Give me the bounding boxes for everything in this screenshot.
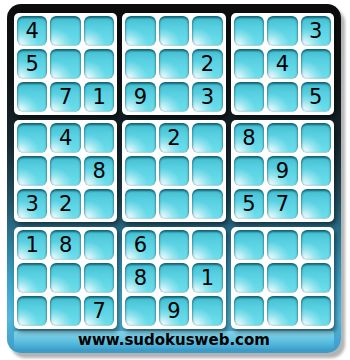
cell-r4c8[interactable] — [267, 123, 297, 153]
box-r1c3: 345 — [231, 13, 334, 115]
cell-r8c5[interactable] — [159, 263, 189, 293]
cell-r3c4[interactable]: 9 — [125, 82, 155, 112]
cell-r5c2[interactable] — [50, 156, 80, 186]
cell-r4c7[interactable]: 8 — [234, 123, 264, 153]
cell-r3c6[interactable]: 3 — [192, 82, 222, 112]
footer-bar: www.sudokusweb.com — [14, 331, 334, 349]
cell-r6c2[interactable]: 2 — [50, 189, 80, 219]
cell-r9c3[interactable]: 7 — [84, 296, 114, 326]
cell-r3c9[interactable]: 5 — [301, 82, 331, 112]
cell-r7c2[interactable]: 8 — [50, 230, 80, 260]
cell-r9c1[interactable] — [17, 296, 47, 326]
box-r2c3: 8957 — [231, 120, 334, 222]
box-r1c2: 293 — [122, 13, 225, 115]
cell-r3c3[interactable]: 1 — [84, 82, 114, 112]
website-url[interactable]: www.sudokusweb.com — [78, 331, 270, 349]
cell-r6c1[interactable]: 3 — [17, 189, 47, 219]
cell-r5c5[interactable] — [159, 156, 189, 186]
cell-r8c1[interactable] — [17, 263, 47, 293]
cell-r8c7[interactable] — [234, 263, 264, 293]
cell-r3c8[interactable] — [267, 82, 297, 112]
cell-r3c2[interactable]: 7 — [50, 82, 80, 112]
cell-r4c1[interactable] — [17, 123, 47, 153]
cell-r7c9[interactable] — [301, 230, 331, 260]
cell-r6c7[interactable]: 5 — [234, 189, 264, 219]
cell-r1c3[interactable] — [84, 16, 114, 46]
cell-r5c3[interactable]: 8 — [84, 156, 114, 186]
cell-r7c7[interactable] — [234, 230, 264, 260]
cell-r1c5[interactable] — [159, 16, 189, 46]
cell-r4c9[interactable] — [301, 123, 331, 153]
cell-r7c5[interactable] — [159, 230, 189, 260]
cell-r8c3[interactable] — [84, 263, 114, 293]
cell-r9c8[interactable] — [267, 296, 297, 326]
cell-r9c5[interactable]: 9 — [159, 296, 189, 326]
box-r3c3 — [231, 227, 334, 329]
cell-r9c7[interactable] — [234, 296, 264, 326]
cell-r1c4[interactable] — [125, 16, 155, 46]
cell-r1c1[interactable]: 4 — [17, 16, 47, 46]
cell-r5c9[interactable] — [301, 156, 331, 186]
cell-r3c7[interactable] — [234, 82, 264, 112]
cell-r2c5[interactable] — [159, 49, 189, 79]
cell-r9c6[interactable] — [192, 296, 222, 326]
sudoku-board-frame: 45712933454832289571876819 www.sudokuswe… — [7, 4, 341, 353]
cell-r1c7[interactable] — [234, 16, 264, 46]
cell-r9c2[interactable] — [50, 296, 80, 326]
cell-r9c4[interactable] — [125, 296, 155, 326]
cell-r2c7[interactable] — [234, 49, 264, 79]
cell-r6c8[interactable]: 7 — [267, 189, 297, 219]
cell-r6c9[interactable] — [301, 189, 331, 219]
cell-r5c6[interactable] — [192, 156, 222, 186]
cell-r5c7[interactable] — [234, 156, 264, 186]
box-r3c1: 187 — [14, 227, 117, 329]
cell-r7c4[interactable]: 6 — [125, 230, 155, 260]
cell-r7c3[interactable] — [84, 230, 114, 260]
cell-r6c5[interactable] — [159, 189, 189, 219]
cell-r3c5[interactable] — [159, 82, 189, 112]
cell-r5c1[interactable] — [17, 156, 47, 186]
sudoku-board: 45712933454832289571876819 — [14, 13, 334, 329]
cell-r8c2[interactable] — [50, 263, 80, 293]
cell-r7c8[interactable] — [267, 230, 297, 260]
cell-r1c8[interactable] — [267, 16, 297, 46]
box-r2c1: 4832 — [14, 120, 117, 222]
cell-r1c6[interactable] — [192, 16, 222, 46]
cell-r2c1[interactable]: 5 — [17, 49, 47, 79]
cell-r8c9[interactable] — [301, 263, 331, 293]
cell-r8c4[interactable]: 8 — [125, 263, 155, 293]
box-r1c1: 4571 — [14, 13, 117, 115]
cell-r2c9[interactable] — [301, 49, 331, 79]
box-r2c2: 2 — [122, 120, 225, 222]
cell-r8c6[interactable]: 1 — [192, 263, 222, 293]
cell-r6c3[interactable] — [84, 189, 114, 219]
cell-r6c4[interactable] — [125, 189, 155, 219]
cell-r2c8[interactable]: 4 — [267, 49, 297, 79]
cell-r6c6[interactable] — [192, 189, 222, 219]
cell-r2c4[interactable] — [125, 49, 155, 79]
cell-r5c8[interactable]: 9 — [267, 156, 297, 186]
cell-r4c3[interactable] — [84, 123, 114, 153]
cell-r2c6[interactable]: 2 — [192, 49, 222, 79]
cell-r4c4[interactable] — [125, 123, 155, 153]
cell-r4c5[interactable]: 2 — [159, 123, 189, 153]
cell-r1c9[interactable]: 3 — [301, 16, 331, 46]
cell-r5c4[interactable] — [125, 156, 155, 186]
cell-r7c6[interactable] — [192, 230, 222, 260]
cell-r2c2[interactable] — [50, 49, 80, 79]
box-r3c2: 6819 — [122, 227, 225, 329]
cell-r2c3[interactable] — [84, 49, 114, 79]
cell-r1c2[interactable] — [50, 16, 80, 46]
cell-r9c9[interactable] — [301, 296, 331, 326]
cell-r8c8[interactable] — [267, 263, 297, 293]
cell-r3c1[interactable] — [17, 82, 47, 112]
cell-r4c6[interactable] — [192, 123, 222, 153]
cell-r7c1[interactable]: 1 — [17, 230, 47, 260]
cell-r4c2[interactable]: 4 — [50, 123, 80, 153]
